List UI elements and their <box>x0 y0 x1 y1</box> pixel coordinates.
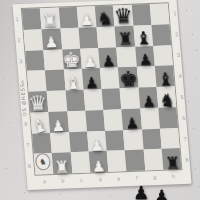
square <box>151 24 171 45</box>
table-dust-speckles <box>0 0 1 1</box>
file-label: a <box>43 178 47 184</box>
square <box>155 66 175 87</box>
square <box>98 47 118 68</box>
square <box>118 67 138 88</box>
square <box>116 46 136 67</box>
square <box>113 5 133 26</box>
captured-black-pawn: ♟ <box>154 188 169 200</box>
square <box>140 108 160 129</box>
square <box>25 50 45 71</box>
rank-label: 8 <box>185 156 189 162</box>
square <box>131 4 151 25</box>
square <box>136 66 156 87</box>
square <box>27 70 47 91</box>
square <box>138 87 158 108</box>
square <box>60 28 80 49</box>
captured-black-pawn: ♟ <box>133 184 149 200</box>
rank-label: 1 <box>15 16 19 22</box>
square <box>22 8 42 29</box>
square <box>96 26 116 47</box>
file-label: d <box>98 176 102 182</box>
square <box>100 68 120 89</box>
square <box>95 6 115 27</box>
rank-label: 6 <box>182 114 186 120</box>
square <box>141 128 161 149</box>
square <box>135 46 155 67</box>
square <box>83 89 103 110</box>
rank-label: 5 <box>22 99 26 105</box>
square <box>153 45 173 66</box>
square <box>47 90 67 111</box>
rank-label: 7 <box>26 141 30 147</box>
square <box>82 68 102 89</box>
rank-label: 3 <box>177 51 181 57</box>
square <box>58 7 78 28</box>
square <box>123 129 143 150</box>
square <box>158 107 178 128</box>
rank-label: 4 <box>178 72 182 78</box>
square <box>43 49 63 70</box>
square <box>125 150 145 171</box>
square <box>122 108 142 129</box>
rank-label: 2 <box>175 31 179 37</box>
square <box>70 152 90 173</box>
square <box>52 153 72 174</box>
square <box>69 131 89 152</box>
square <box>107 150 127 171</box>
square <box>105 130 125 151</box>
square <box>120 88 140 109</box>
rank-label: 2 <box>17 37 21 43</box>
board-squares <box>21 2 183 175</box>
rank-label: 3 <box>19 58 23 64</box>
rank-label: 5 <box>180 93 184 99</box>
square <box>161 148 181 169</box>
square <box>78 27 98 48</box>
board-photo: US CHESS 12345678 12345678 ♞ abcdefgh ♜♟… <box>0 0 200 200</box>
square <box>42 28 62 49</box>
square <box>133 25 153 46</box>
file-label: c <box>80 177 83 183</box>
square <box>30 112 50 133</box>
file-label: f <box>136 175 138 181</box>
rank-label: 4 <box>21 78 25 84</box>
rank-label: 8 <box>27 162 31 168</box>
square <box>87 130 107 151</box>
rank-label: 7 <box>183 135 187 141</box>
square <box>88 151 108 172</box>
square <box>45 70 65 91</box>
square <box>115 26 135 47</box>
square <box>63 69 83 90</box>
square <box>29 91 49 112</box>
square <box>160 128 180 149</box>
square <box>65 90 85 111</box>
square <box>156 86 176 107</box>
file-label: e <box>117 175 121 181</box>
rank-label: 1 <box>173 10 177 16</box>
rank-label: 6 <box>24 120 28 126</box>
square <box>149 3 169 24</box>
square <box>24 29 44 50</box>
square <box>32 133 52 154</box>
square <box>77 6 97 27</box>
square <box>103 109 123 130</box>
chess-board: US CHESS 12345678 12345678 ♞ abcdefgh ♜♟… <box>12 0 191 190</box>
file-label: b <box>61 178 65 184</box>
square <box>143 149 163 170</box>
square <box>67 110 87 131</box>
square <box>62 48 82 69</box>
square <box>102 88 122 109</box>
file-label: h <box>172 173 176 179</box>
square <box>85 110 105 131</box>
square <box>40 8 60 29</box>
square <box>50 132 70 153</box>
square <box>80 48 100 69</box>
file-label: g <box>153 174 157 180</box>
square <box>49 111 69 132</box>
